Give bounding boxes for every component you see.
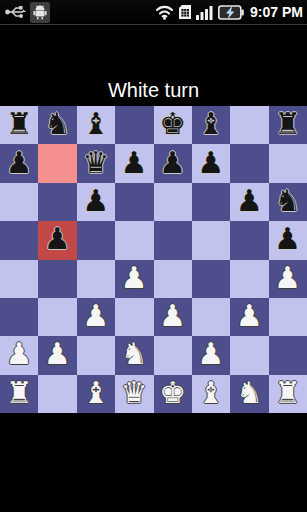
square-h7[interactable] — [269, 144, 307, 182]
white-knight: ♞ — [236, 378, 263, 408]
battery-charging-icon — [218, 5, 244, 20]
square-f1[interactable]: ♝ — [192, 375, 230, 413]
square-b4[interactable] — [38, 260, 76, 298]
square-d5[interactable] — [115, 221, 153, 259]
white-pawn: ♟ — [198, 339, 225, 369]
square-b2[interactable]: ♟ — [38, 336, 76, 374]
white-knight: ♞ — [121, 339, 148, 369]
square-g8[interactable] — [230, 106, 268, 144]
square-c4[interactable] — [77, 260, 115, 298]
square-b1[interactable] — [38, 375, 76, 413]
square-d2[interactable]: ♞ — [115, 336, 153, 374]
square-b3[interactable] — [38, 298, 76, 336]
square-h3[interactable] — [269, 298, 307, 336]
black-rook: ♜ — [6, 109, 33, 139]
square-b5[interactable]: ♟ — [38, 221, 76, 259]
square-f5[interactable] — [192, 221, 230, 259]
square-e8[interactable]: ♚ — [154, 106, 192, 144]
square-g1[interactable]: ♞ — [230, 375, 268, 413]
square-g3[interactable]: ♟ — [230, 298, 268, 336]
square-f4[interactable] — [192, 260, 230, 298]
white-pawn: ♟ — [236, 301, 263, 331]
white-rook: ♜ — [6, 378, 33, 408]
square-b6[interactable] — [38, 183, 76, 221]
clock-time: 9:07 PM — [250, 4, 303, 20]
square-a3[interactable] — [0, 298, 38, 336]
square-a5[interactable] — [0, 221, 38, 259]
white-rook: ♜ — [274, 378, 301, 408]
square-c6[interactable]: ♟ — [77, 183, 115, 221]
white-bishop: ♝ — [198, 378, 225, 408]
square-a7[interactable]: ♟ — [0, 144, 38, 182]
square-e3[interactable]: ♟ — [154, 298, 192, 336]
square-c3[interactable]: ♟ — [77, 298, 115, 336]
black-pawn: ♟ — [274, 224, 301, 254]
square-d3[interactable] — [115, 298, 153, 336]
black-pawn: ♟ — [82, 186, 109, 216]
square-d4[interactable]: ♟ — [115, 260, 153, 298]
white-pawn: ♟ — [6, 339, 33, 369]
square-e7[interactable]: ♟ — [154, 144, 192, 182]
square-d7[interactable]: ♟ — [115, 144, 153, 182]
black-pawn: ♟ — [44, 224, 71, 254]
black-knight: ♞ — [274, 186, 301, 216]
black-bishop: ♝ — [198, 109, 225, 139]
white-pawn: ♟ — [82, 301, 109, 331]
android-debug-tile — [30, 2, 50, 23]
square-a1[interactable]: ♜ — [0, 375, 38, 413]
usb-icon — [4, 4, 26, 20]
square-c8[interactable]: ♝ — [77, 106, 115, 144]
square-f8[interactable]: ♝ — [192, 106, 230, 144]
square-f3[interactable] — [192, 298, 230, 336]
black-rook: ♜ — [274, 109, 301, 139]
chess-board[interactable]: ♜♞♝♚♝♜♟♛♟♟♟♟♟♞♟♟♟♟♟♟♟♟♟♞♟♜♝♛♚♝♞♜ — [0, 106, 307, 413]
square-d1[interactable]: ♛ — [115, 375, 153, 413]
square-f7[interactable]: ♟ — [192, 144, 230, 182]
square-g6[interactable]: ♟ — [230, 183, 268, 221]
white-pawn: ♟ — [121, 263, 148, 293]
turn-banner: White turn — [0, 75, 307, 105]
square-e4[interactable] — [154, 260, 192, 298]
white-pawn: ♟ — [159, 301, 186, 331]
square-f6[interactable] — [192, 183, 230, 221]
wifi-icon — [155, 5, 174, 20]
square-b7[interactable] — [38, 144, 76, 182]
black-queen: ♛ — [82, 148, 109, 178]
square-h1[interactable]: ♜ — [269, 375, 307, 413]
square-c7[interactable]: ♛ — [77, 144, 115, 182]
square-e6[interactable] — [154, 183, 192, 221]
square-c2[interactable] — [77, 336, 115, 374]
square-h6[interactable]: ♞ — [269, 183, 307, 221]
square-b8[interactable]: ♞ — [38, 106, 76, 144]
square-g5[interactable] — [230, 221, 268, 259]
sim-icon — [178, 4, 192, 20]
square-d6[interactable] — [115, 183, 153, 221]
white-queen: ♛ — [121, 378, 148, 408]
square-h8[interactable]: ♜ — [269, 106, 307, 144]
status-bar: 9:07 PM — [0, 0, 307, 25]
white-pawn: ♟ — [274, 263, 301, 293]
square-e2[interactable] — [154, 336, 192, 374]
black-pawn: ♟ — [236, 186, 263, 216]
black-king: ♚ — [159, 109, 186, 139]
square-h4[interactable]: ♟ — [269, 260, 307, 298]
black-knight: ♞ — [44, 109, 71, 139]
square-g4[interactable] — [230, 260, 268, 298]
square-c5[interactable] — [77, 221, 115, 259]
square-a4[interactable] — [0, 260, 38, 298]
black-pawn: ♟ — [198, 148, 225, 178]
white-bishop: ♝ — [82, 378, 109, 408]
square-g7[interactable] — [230, 144, 268, 182]
black-pawn: ♟ — [121, 148, 148, 178]
black-bishop: ♝ — [82, 109, 109, 139]
square-c1[interactable]: ♝ — [77, 375, 115, 413]
white-king: ♚ — [159, 378, 186, 408]
black-pawn: ♟ — [6, 148, 33, 178]
square-g2[interactable] — [230, 336, 268, 374]
square-a6[interactable] — [0, 183, 38, 221]
square-e5[interactable] — [154, 221, 192, 259]
black-pawn: ♟ — [159, 148, 186, 178]
square-h2[interactable] — [269, 336, 307, 374]
square-f2[interactable]: ♟ — [192, 336, 230, 374]
square-d8[interactable] — [115, 106, 153, 144]
square-e1[interactable]: ♚ — [154, 375, 192, 413]
square-a8[interactable]: ♜ — [0, 106, 38, 144]
white-pawn: ♟ — [44, 339, 71, 369]
square-a2[interactable]: ♟ — [0, 336, 38, 374]
square-h5[interactable]: ♟ — [269, 221, 307, 259]
signal-icon — [196, 5, 214, 20]
android-icon — [33, 4, 47, 20]
phone-screen: 9:07 PM White turn ♜♞♝♚♝♜♟♛♟♟♟♟♟♞♟♟♟♟♟♟♟… — [0, 0, 307, 512]
